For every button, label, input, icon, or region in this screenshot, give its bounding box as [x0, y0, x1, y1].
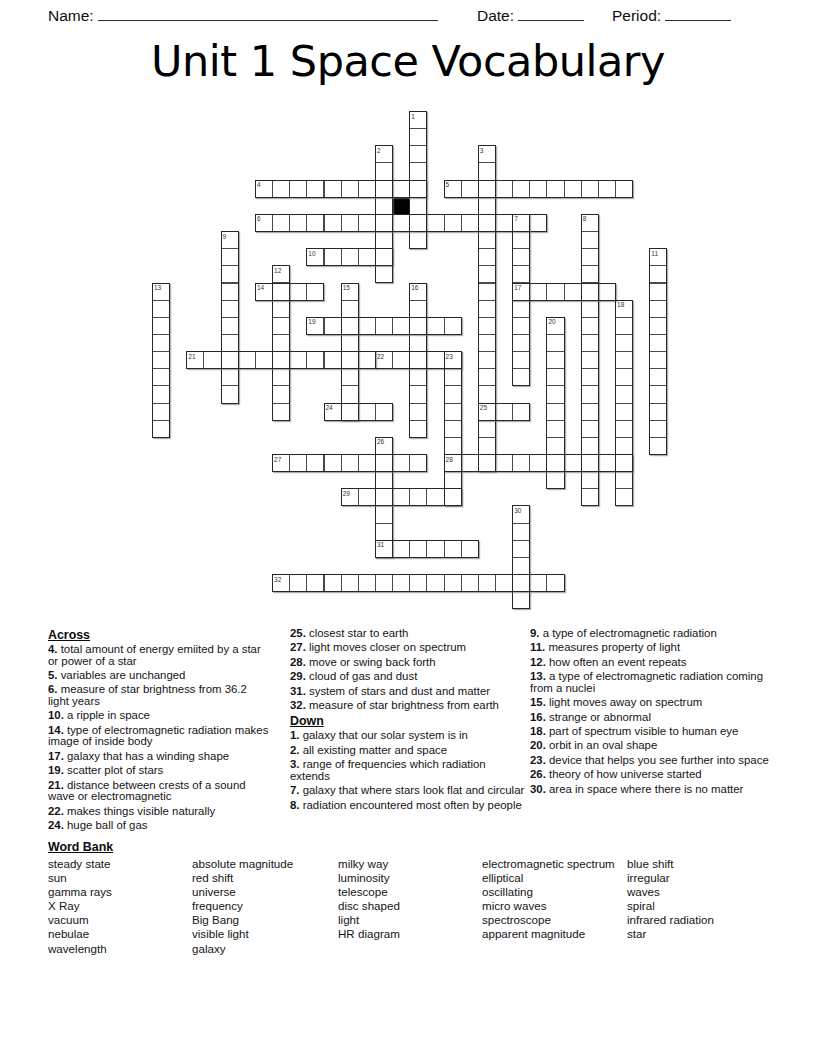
- word-bank-item: steady state: [48, 857, 112, 871]
- grid-cell[interactable]: [289, 454, 307, 472]
- grid-cell[interactable]: [272, 403, 290, 421]
- grid-cell[interactable]: [581, 437, 599, 455]
- clue-down-7: 7. galaxy that where stars look flat and…: [290, 785, 525, 797]
- grid-cell[interactable]: [478, 420, 496, 438]
- grid-cell[interactable]: [341, 454, 359, 472]
- grid-cell[interactable]: [495, 403, 513, 421]
- grid-cell[interactable]: [444, 385, 462, 403]
- grid-cell[interactable]: [341, 368, 359, 386]
- grid-cell[interactable]: [409, 197, 427, 215]
- grid-cell[interactable]: [409, 574, 427, 592]
- grid-cell[interactable]: [203, 351, 221, 369]
- grid-cell[interactable]: [512, 591, 530, 609]
- word-bank-item: light: [338, 913, 400, 927]
- grid-cell[interactable]: [392, 454, 410, 472]
- clue-across-32: 32. measure of star brightness from eart…: [290, 700, 525, 712]
- grid-cell[interactable]: [426, 488, 444, 506]
- word-bank-item: micro waves: [482, 899, 615, 913]
- grid-cell[interactable]: [444, 317, 462, 335]
- grid-cell[interactable]: [581, 385, 599, 403]
- grid-cell[interactable]: [306, 283, 324, 301]
- grid-cell[interactable]: [598, 180, 616, 198]
- word-bank-item: red shift: [192, 871, 293, 885]
- clue-across-25: 25. closest star to earth: [290, 628, 525, 640]
- grid-cell[interactable]: [341, 351, 359, 369]
- grid-cell[interactable]: [272, 300, 290, 318]
- clue-down-9: 9. a type of electromagnetic radiation: [530, 628, 770, 640]
- grid-cell[interactable]: [392, 317, 410, 335]
- grid-cell[interactable]: [581, 454, 599, 472]
- grid-cell[interactable]: [409, 420, 427, 438]
- grid-cell[interactable]: [272, 334, 290, 352]
- word-bank-item: star: [627, 927, 714, 941]
- grid-cell[interactable]: [272, 351, 290, 369]
- word-bank-column-1: steady statesungamma raysX Rayvacuumnebu…: [48, 857, 112, 956]
- grid-cell[interactable]: [306, 454, 324, 472]
- grid-cell[interactable]: [615, 385, 633, 403]
- grid-cell[interactable]: [546, 368, 564, 386]
- cell-number: 20: [548, 318, 555, 325]
- grid-cell[interactable]: [409, 334, 427, 352]
- clue-across-24: 24. huge ball of gas: [48, 820, 270, 832]
- grid-cell[interactable]: [581, 368, 599, 386]
- grid-cell[interactable]: [615, 454, 633, 472]
- grid-cell[interactable]: [221, 283, 239, 301]
- cell-number: 7: [514, 215, 518, 222]
- grid-cell[interactable]: [375, 505, 393, 523]
- clue-across-21: 21. distance between crests of a sound w…: [48, 780, 270, 803]
- grid-cell[interactable]: [615, 437, 633, 455]
- word-bank-item: oscillating: [482, 885, 615, 899]
- grid-cell[interactable]: [272, 317, 290, 335]
- word-bank-item: frequency: [192, 899, 293, 913]
- grid-cell[interactable]: [409, 162, 427, 180]
- grid-cell[interactable]: [649, 403, 667, 421]
- cell-number: 21: [188, 353, 195, 360]
- grid-cell[interactable]: [152, 351, 170, 369]
- grid-cell[interactable]: [358, 403, 376, 421]
- grid-cell[interactable]: [358, 214, 376, 232]
- grid-cell[interactable]: [409, 145, 427, 163]
- grid-cell[interactable]: [615, 180, 633, 198]
- word-bank-item: infrared radiation: [627, 913, 714, 927]
- grid-cell[interactable]: [444, 471, 462, 489]
- grid-cell[interactable]: [546, 437, 564, 455]
- word-bank-item: wavelength: [48, 942, 112, 956]
- grid-cell[interactable]: [615, 351, 633, 369]
- grid-cell[interactable]: [409, 368, 427, 386]
- grid-cell[interactable]: [512, 403, 530, 421]
- grid-cell[interactable]: [529, 454, 547, 472]
- grid-cell[interactable]: [324, 317, 342, 335]
- grid-cell[interactable]: [546, 334, 564, 352]
- grid-cell[interactable]: [444, 214, 462, 232]
- grid-cell[interactable]: [512, 368, 530, 386]
- clue-down-1: 1. galaxy that our solar system is in: [290, 730, 525, 742]
- grid-cell[interactable]: [512, 574, 530, 592]
- grid-cell[interactable]: [426, 351, 444, 369]
- grid-cell[interactable]: [598, 283, 616, 301]
- grid-cell[interactable]: [152, 317, 170, 335]
- grid-cell[interactable]: [512, 351, 530, 369]
- grid-cell[interactable]: [324, 180, 342, 198]
- clues-column-down: 9. a type of electromagnetic radiation11…: [530, 628, 770, 798]
- grid-cell[interactable]: [546, 283, 564, 301]
- grid-cell[interactable]: [409, 231, 427, 249]
- cell-number: 11: [651, 250, 658, 257]
- grid-cell[interactable]: [581, 231, 599, 249]
- grid-cell[interactable]: [289, 180, 307, 198]
- grid-cell[interactable]: [152, 334, 170, 352]
- grid-cell[interactable]: [152, 403, 170, 421]
- grid-cell[interactable]: [358, 454, 376, 472]
- clue-across-4: 4. total amount of energy emiited by a s…: [48, 644, 270, 667]
- grid-cell[interactable]: [495, 214, 513, 232]
- grid-cell[interactable]: [341, 403, 359, 421]
- grid-cell[interactable]: [426, 214, 444, 232]
- grid-cell[interactable]: [341, 180, 359, 198]
- grid-cell[interactable]: [444, 488, 462, 506]
- grid-cell[interactable]: [375, 403, 393, 421]
- clue-across-29: 29. cloud of gas and dust: [290, 671, 525, 683]
- grid-cell[interactable]: [221, 317, 239, 335]
- cell-number: 19: [308, 318, 315, 325]
- cell-number: 24: [326, 404, 333, 411]
- grid-cell[interactable]: [324, 574, 342, 592]
- grid-cell[interactable]: [478, 368, 496, 386]
- grid-cell[interactable]: [581, 317, 599, 335]
- word-bank-item: telescope: [338, 885, 400, 899]
- grid-cell[interactable]: [409, 214, 427, 232]
- grid-cell[interactable]: [221, 334, 239, 352]
- grid-cell[interactable]: [478, 283, 496, 301]
- grid-cell[interactable]: [598, 454, 616, 472]
- cell-number: 26: [377, 438, 384, 445]
- grid-cell[interactable]: [649, 437, 667, 455]
- grid-cell[interactable]: [306, 574, 324, 592]
- grid-cell[interactable]: [512, 265, 530, 283]
- grid-cell[interactable]: [289, 574, 307, 592]
- clues-column-across: Across4. total amount of energy emiited …: [48, 628, 270, 834]
- grid-cell[interactable]: [615, 420, 633, 438]
- black-cell: [392, 197, 410, 215]
- word-bank-column-3: milky wayluminositytelescopedisc shapedl…: [338, 857, 400, 942]
- grid-cell[interactable]: [615, 334, 633, 352]
- word-bank-item: luminosity: [338, 871, 400, 885]
- grid-cell[interactable]: [615, 403, 633, 421]
- grid-cell[interactable]: [306, 180, 324, 198]
- cell-number: 3: [480, 147, 484, 154]
- grid-cell[interactable]: [409, 403, 427, 421]
- grid-cell[interactable]: [392, 351, 410, 369]
- grid-cell[interactable]: [649, 265, 667, 283]
- grid-cell[interactable]: [306, 351, 324, 369]
- grid-cell[interactable]: [512, 180, 530, 198]
- grid-cell[interactable]: [478, 317, 496, 335]
- grid-cell[interactable]: [461, 540, 479, 558]
- word-bank-item: elliptical: [482, 871, 615, 885]
- grid-cell[interactable]: [375, 523, 393, 541]
- grid-cell[interactable]: [375, 214, 393, 232]
- grid-cell[interactable]: [409, 351, 427, 369]
- cell-number: 4: [257, 181, 261, 188]
- grid-cell[interactable]: [358, 574, 376, 592]
- grid-cell[interactable]: [581, 283, 599, 301]
- grid-cell[interactable]: [546, 180, 564, 198]
- grid-cell[interactable]: [478, 214, 496, 232]
- grid-cell[interactable]: [375, 317, 393, 335]
- grid-cell[interactable]: [358, 488, 376, 506]
- grid-cell[interactable]: [375, 231, 393, 249]
- grid-cell[interactable]: [444, 574, 462, 592]
- grid-cell[interactable]: [478, 180, 496, 198]
- grid-cell[interactable]: [564, 454, 582, 472]
- grid-cell[interactable]: [255, 351, 273, 369]
- grid-cell[interactable]: [546, 471, 564, 489]
- cell-number: 27: [274, 456, 281, 463]
- grid-cell[interactable]: [649, 420, 667, 438]
- grid-cell[interactable]: [529, 214, 547, 232]
- cell-number: 30: [514, 507, 521, 514]
- grid-cell[interactable]: [221, 351, 239, 369]
- grid-cell[interactable]: [289, 351, 307, 369]
- grid-cell[interactable]: [444, 403, 462, 421]
- grid-cell[interactable]: [358, 317, 376, 335]
- grid-cell[interactable]: [409, 300, 427, 318]
- grid-cell[interactable]: [461, 454, 479, 472]
- grid-cell[interactable]: [409, 317, 427, 335]
- grid-cell[interactable]: [529, 283, 547, 301]
- grid-cell[interactable]: [392, 488, 410, 506]
- grid-cell[interactable]: [615, 368, 633, 386]
- grid-cell[interactable]: [581, 180, 599, 198]
- word-bank-item: apparent magnitude: [482, 927, 615, 941]
- grid-cell[interactable]: [221, 385, 239, 403]
- grid-cell[interactable]: [409, 454, 427, 472]
- grid-cell[interactable]: [289, 214, 307, 232]
- grid-cell[interactable]: [649, 334, 667, 352]
- grid-cell[interactable]: [375, 488, 393, 506]
- grid-cell[interactable]: [375, 248, 393, 266]
- clue-across-17: 17. galaxy that has a winding shape: [48, 751, 270, 763]
- grid-cell[interactable]: [495, 180, 513, 198]
- grid-cell[interactable]: [306, 214, 324, 232]
- grid-cell[interactable]: [461, 574, 479, 592]
- grid-cell[interactable]: [649, 385, 667, 403]
- grid-cell[interactable]: [529, 180, 547, 198]
- grid-cell[interactable]: [341, 214, 359, 232]
- cell-number: 14: [257, 284, 264, 291]
- grid-cell[interactable]: [409, 180, 427, 198]
- grid-cell[interactable]: [478, 300, 496, 318]
- word-bank-item: universe: [192, 885, 293, 899]
- grid-cell[interactable]: [272, 180, 290, 198]
- grid-cell[interactable]: [221, 368, 239, 386]
- grid-cell[interactable]: [546, 385, 564, 403]
- grid-cell[interactable]: [512, 557, 530, 575]
- grid-cell[interactable]: [444, 368, 462, 386]
- grid-cell[interactable]: [324, 214, 342, 232]
- clue-across-27: 27. light moves closer on spectrum: [290, 642, 525, 654]
- grid-cell[interactable]: [324, 351, 342, 369]
- grid-cell[interactable]: [581, 420, 599, 438]
- grid-cell[interactable]: [341, 300, 359, 318]
- grid-cell[interactable]: [615, 488, 633, 506]
- grid-cell[interactable]: [581, 351, 599, 369]
- grid-cell[interactable]: [564, 283, 582, 301]
- grid-cell[interactable]: [409, 385, 427, 403]
- clue-down-20: 20. orbit in an oval shape: [530, 740, 770, 752]
- grid-cell[interactable]: [461, 214, 479, 232]
- grid-cell[interactable]: [238, 351, 256, 369]
- grid-cell[interactable]: [478, 162, 496, 180]
- cell-number: 22: [377, 353, 384, 360]
- word-bank-item: vacuum: [48, 913, 112, 927]
- grid-cell[interactable]: [324, 454, 342, 472]
- grid-cell[interactable]: [358, 248, 376, 266]
- grid-cell[interactable]: [341, 385, 359, 403]
- grid-cell[interactable]: [426, 574, 444, 592]
- grid-cell[interactable]: [649, 368, 667, 386]
- cell-number: 25: [480, 404, 487, 411]
- grid-cell[interactable]: [581, 471, 599, 489]
- grid-cell[interactable]: [324, 248, 342, 266]
- grid-cell[interactable]: [375, 574, 393, 592]
- grid-cell[interactable]: [221, 300, 239, 318]
- grid-cell[interactable]: [546, 351, 564, 369]
- grid-cell[interactable]: [581, 488, 599, 506]
- grid-cell[interactable]: [461, 180, 479, 198]
- grid-cell[interactable]: [478, 574, 496, 592]
- word-bank-item: HR diagram: [338, 927, 400, 941]
- grid-cell[interactable]: [426, 540, 444, 558]
- grid-cell[interactable]: [392, 574, 410, 592]
- grid-cell[interactable]: [478, 265, 496, 283]
- grid-cell[interactable]: [546, 574, 564, 592]
- grid-cell[interactable]: [341, 317, 359, 335]
- grid-cell[interactable]: [272, 283, 290, 301]
- grid-cell[interactable]: [375, 454, 393, 472]
- grid-cell[interactable]: [444, 420, 462, 438]
- grid-cell[interactable]: [341, 334, 359, 352]
- grid-cell[interactable]: [375, 471, 393, 489]
- grid-cell[interactable]: [272, 385, 290, 403]
- clue-down-26: 26. theory of how universe started: [530, 769, 770, 781]
- grid-cell[interactable]: [221, 265, 239, 283]
- grid-cell[interactable]: [272, 368, 290, 386]
- word-bank-item: waves: [627, 885, 714, 899]
- grid-cell[interactable]: [392, 214, 410, 232]
- grid-cell[interactable]: [392, 540, 410, 558]
- grid-cell[interactable]: [615, 317, 633, 335]
- grid-cell[interactable]: [512, 334, 530, 352]
- grid-cell[interactable]: [478, 231, 496, 249]
- grid-cell[interactable]: [478, 248, 496, 266]
- clue-down-30: 30. area in space where there is no matt…: [530, 784, 770, 796]
- word-bank-item: milky way: [338, 857, 400, 871]
- word-bank-item: absolute magnitude: [192, 857, 293, 871]
- grid-cell[interactable]: [564, 180, 582, 198]
- grid-cell[interactable]: [375, 180, 393, 198]
- grid-cell[interactable]: [426, 317, 444, 335]
- grid-cell[interactable]: [478, 334, 496, 352]
- clue-across-5: 5. variables are unchanged: [48, 670, 270, 682]
- grid-cell[interactable]: [512, 540, 530, 558]
- cell-number: 28: [446, 456, 453, 463]
- grid-cell[interactable]: [649, 317, 667, 335]
- grid-cell[interactable]: [512, 248, 530, 266]
- word-bank-item: irregular: [627, 871, 714, 885]
- grid-cell[interactable]: [546, 420, 564, 438]
- grid-cell[interactable]: [512, 523, 530, 541]
- grid-cell[interactable]: [444, 437, 462, 455]
- grid-cell[interactable]: [375, 197, 393, 215]
- grid-cell[interactable]: [546, 403, 564, 421]
- grid-cell[interactable]: [341, 248, 359, 266]
- grid-cell[interactable]: [409, 540, 427, 558]
- grid-cell[interactable]: [375, 265, 393, 283]
- grid-cell[interactable]: [615, 471, 633, 489]
- grid-cell[interactable]: [478, 437, 496, 455]
- grid-cell[interactable]: [409, 488, 427, 506]
- clue-down-23: 23. device that helps you see further in…: [530, 755, 770, 767]
- grid-cell[interactable]: [444, 540, 462, 558]
- grid-cell[interactable]: [495, 454, 513, 472]
- grid-cell[interactable]: [221, 248, 239, 266]
- grid-cell[interactable]: [358, 180, 376, 198]
- clue-down-11: 11. measures property of light: [530, 642, 770, 654]
- cell-number: 15: [343, 284, 350, 291]
- grid-cell[interactable]: [289, 283, 307, 301]
- grid-cell[interactable]: [478, 385, 496, 403]
- grid-cell[interactable]: [478, 454, 496, 472]
- cell-number: 18: [617, 301, 624, 308]
- grid-cell[interactable]: [375, 162, 393, 180]
- grid-cell[interactable]: [512, 317, 530, 335]
- grid-cell[interactable]: [272, 214, 290, 232]
- grid-cell[interactable]: [581, 265, 599, 283]
- grid-cell[interactable]: [358, 351, 376, 369]
- grid-cell[interactable]: [152, 420, 170, 438]
- grid-cell[interactable]: [512, 231, 530, 249]
- word-bank-column-4: electromagnetic spectrumellipticaloscill…: [482, 857, 615, 942]
- grid-cell[interactable]: [581, 248, 599, 266]
- grid-cell[interactable]: [512, 454, 530, 472]
- grid-cell[interactable]: [341, 574, 359, 592]
- grid-cell[interactable]: [478, 197, 496, 215]
- grid-cell[interactable]: [478, 351, 496, 369]
- word-bank-column-5: blue shiftirregularwavesspiralinfrared r…: [627, 857, 714, 942]
- word-bank-item: gamma rays: [48, 885, 112, 899]
- grid-cell[interactable]: [152, 300, 170, 318]
- grid-cell[interactable]: [409, 128, 427, 146]
- grid-cell[interactable]: [581, 403, 599, 421]
- grid-cell[interactable]: [649, 351, 667, 369]
- grid-cell[interactable]: [495, 574, 513, 592]
- grid-cell[interactable]: [529, 574, 547, 592]
- grid-cell[interactable]: [546, 454, 564, 472]
- grid-cell[interactable]: [512, 300, 530, 318]
- grid-cell[interactable]: [392, 180, 410, 198]
- grid-cell[interactable]: [152, 368, 170, 386]
- word-bank-item: sun: [48, 871, 112, 885]
- grid-cell[interactable]: [152, 385, 170, 403]
- clue-down-18: 18. part of spectrum visible to human ey…: [530, 726, 770, 738]
- grid-cell[interactable]: [649, 283, 667, 301]
- grid-cell[interactable]: [581, 334, 599, 352]
- grid-cell[interactable]: [649, 300, 667, 318]
- grid-cell[interactable]: [581, 300, 599, 318]
